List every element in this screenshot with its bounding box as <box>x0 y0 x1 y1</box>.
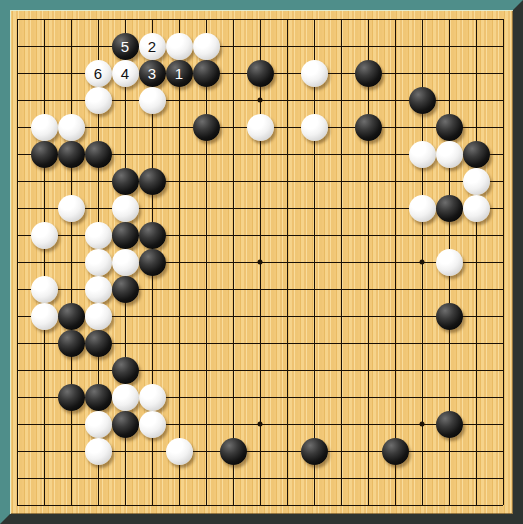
white-stone <box>436 141 463 168</box>
white-stone <box>112 195 139 222</box>
black-stone <box>85 384 112 411</box>
white-stone <box>166 33 193 60</box>
white-stone <box>247 114 274 141</box>
star-point <box>258 260 263 265</box>
board-frame: 526431 <box>0 0 523 524</box>
white-stone <box>139 411 166 438</box>
white-stone <box>58 114 85 141</box>
black-stone <box>31 141 58 168</box>
white-stone <box>139 87 166 114</box>
star-point <box>258 422 263 427</box>
white-stone <box>85 411 112 438</box>
black-stone <box>112 222 139 249</box>
black-stone: 1 <box>166 60 193 87</box>
white-stone <box>463 195 490 222</box>
black-stone <box>58 141 85 168</box>
black-stone <box>58 330 85 357</box>
white-stone <box>31 222 58 249</box>
white-stone <box>301 60 328 87</box>
white-stone <box>463 168 490 195</box>
black-stone <box>139 249 166 276</box>
black-stone <box>112 276 139 303</box>
white-stone: 6 <box>85 60 112 87</box>
white-stone: 4 <box>112 60 139 87</box>
white-stone: 2 <box>139 33 166 60</box>
white-stone <box>85 276 112 303</box>
white-stone <box>31 114 58 141</box>
black-stone <box>85 330 112 357</box>
white-stone <box>409 195 436 222</box>
white-stone <box>31 303 58 330</box>
black-stone <box>436 411 463 438</box>
white-stone <box>409 141 436 168</box>
black-stone <box>193 60 220 87</box>
black-stone <box>139 168 166 195</box>
move-number-label: 3 <box>148 66 156 81</box>
black-stone <box>355 60 382 87</box>
white-stone <box>436 249 463 276</box>
black-stone <box>409 87 436 114</box>
white-stone <box>166 438 193 465</box>
move-number-label: 2 <box>148 39 156 54</box>
black-stone: 3 <box>139 60 166 87</box>
white-stone <box>193 33 220 60</box>
black-stone <box>463 141 490 168</box>
white-stone <box>31 276 58 303</box>
black-stone <box>112 411 139 438</box>
black-stone <box>112 357 139 384</box>
white-stone <box>85 303 112 330</box>
move-number-label: 4 <box>121 66 129 81</box>
white-stone <box>85 249 112 276</box>
black-stone <box>355 114 382 141</box>
black-stone <box>436 114 463 141</box>
black-stone <box>436 303 463 330</box>
white-stone <box>139 384 166 411</box>
white-stone <box>85 222 112 249</box>
white-stone <box>301 114 328 141</box>
white-stone <box>112 384 139 411</box>
move-number-label: 1 <box>175 66 183 81</box>
black-stone <box>382 438 409 465</box>
white-stone <box>112 249 139 276</box>
move-number-label: 6 <box>94 66 102 81</box>
white-stone <box>85 87 112 114</box>
move-number-label: 5 <box>121 39 129 54</box>
star-point <box>420 260 425 265</box>
black-stone <box>58 384 85 411</box>
black-stone <box>112 168 139 195</box>
black-stone: 5 <box>112 33 139 60</box>
black-stone <box>220 438 247 465</box>
black-stone <box>58 303 85 330</box>
black-stone <box>85 141 112 168</box>
white-stone <box>85 438 112 465</box>
black-stone <box>247 60 274 87</box>
star-point <box>420 422 425 427</box>
star-point <box>258 98 263 103</box>
goban[interactable]: 526431 <box>10 10 513 514</box>
black-stone <box>301 438 328 465</box>
black-stone <box>436 195 463 222</box>
white-stone <box>58 195 85 222</box>
black-stone <box>139 222 166 249</box>
black-stone <box>193 114 220 141</box>
